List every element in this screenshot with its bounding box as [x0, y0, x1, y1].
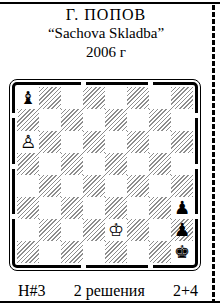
- square-g1: [149, 241, 171, 263]
- square-a6: ♙: [17, 131, 39, 153]
- square-h7: [171, 109, 193, 131]
- square-h2: ♟: [171, 219, 193, 241]
- square-g2: [149, 219, 171, 241]
- board-grid: ♝♙♟♔♟♚: [17, 87, 193, 263]
- square-c5: [61, 153, 83, 175]
- black-pawn-h2: ♟: [174, 219, 190, 241]
- square-b3: [39, 197, 61, 219]
- frame-notch: [192, 113, 200, 118]
- square-b4: [39, 175, 61, 197]
- black-bishop-a8: ♝: [20, 87, 36, 109]
- board-frame: ♝♙♟♔♟♚: [12, 82, 198, 268]
- white-king-e2: ♔: [108, 219, 124, 241]
- frame-notch: [148, 262, 153, 270]
- square-a1: [17, 241, 39, 263]
- frame-notch: [192, 164, 200, 169]
- square-e6: [105, 131, 127, 153]
- black-king-h1: ♚: [174, 241, 190, 263]
- square-e5: [105, 153, 127, 175]
- stipulation-line: H#3 2 решения 2+4: [18, 281, 198, 300]
- square-a3: [17, 197, 39, 219]
- square-e4: [105, 175, 127, 197]
- material-count: 2+4: [173, 281, 198, 300]
- square-b2: [39, 219, 61, 241]
- square-c4: [61, 175, 83, 197]
- square-h8: [171, 87, 193, 109]
- square-e3: [105, 197, 127, 219]
- square-g6: [149, 131, 171, 153]
- chess-board: ♝♙♟♔♟♚: [9, 79, 201, 271]
- square-b6: [39, 131, 61, 153]
- square-d1: [83, 241, 105, 263]
- square-a7: [17, 109, 39, 131]
- square-c6: [61, 131, 83, 153]
- source-publication: “Sachova Skladba”: [0, 24, 212, 43]
- square-a2: [17, 219, 39, 241]
- author-name: Г. ПОПОВ: [0, 5, 212, 24]
- square-e1: [105, 241, 127, 263]
- square-d3: [83, 197, 105, 219]
- square-f7: [127, 109, 149, 131]
- frame-notch: [148, 80, 153, 88]
- publication-year: 2006 г: [0, 43, 212, 62]
- bottom-border-line: [0, 301, 220, 303]
- frame-notch: [10, 164, 18, 169]
- square-a4: [17, 175, 39, 197]
- square-g3: [149, 197, 171, 219]
- top-border-line: [0, 2, 220, 4]
- square-d7: [83, 109, 105, 131]
- square-f2: [127, 219, 149, 241]
- square-d5: [83, 153, 105, 175]
- square-h5: [171, 153, 193, 175]
- square-c3: [61, 197, 83, 219]
- square-b5: [39, 153, 61, 175]
- frame-notch: [81, 80, 86, 88]
- square-a5: [17, 153, 39, 175]
- square-d8: [83, 87, 105, 109]
- problem-header: Г. ПОПОВ “Sachova Skladba” 2006 г: [0, 5, 212, 62]
- square-f6: [127, 131, 149, 153]
- square-c8: [61, 87, 83, 109]
- square-f4: [127, 175, 149, 197]
- square-d2: [83, 219, 105, 241]
- dashed-cut-line: [212, 5, 215, 303]
- square-f3: [127, 197, 149, 219]
- frame-notch: [81, 262, 86, 270]
- square-h4: [171, 175, 193, 197]
- square-b7: [39, 109, 61, 131]
- black-pawn-h3: ♟: [174, 197, 190, 219]
- square-h3: ♟: [171, 197, 193, 219]
- square-d4: [83, 175, 105, 197]
- white-pawn-a6: ♙: [20, 131, 36, 153]
- square-g5: [149, 153, 171, 175]
- square-c2: [61, 219, 83, 241]
- square-c7: [61, 109, 83, 131]
- square-e2: ♔: [105, 219, 127, 241]
- square-f1: [127, 241, 149, 263]
- square-f5: [127, 153, 149, 175]
- square-b8: [39, 87, 61, 109]
- square-d6: [83, 131, 105, 153]
- square-e7: [105, 109, 127, 131]
- stipulation: H#3: [18, 281, 46, 300]
- frame-notch: [10, 113, 18, 118]
- square-a8: ♝: [17, 87, 39, 109]
- square-g4: [149, 175, 171, 197]
- frame-notch: [10, 214, 18, 219]
- square-g7: [149, 109, 171, 131]
- square-b1: [39, 241, 61, 263]
- frame-notch: [192, 214, 200, 219]
- square-g8: [149, 87, 171, 109]
- square-h1: ♚: [171, 241, 193, 263]
- solutions-count: 2 решения: [74, 281, 145, 300]
- square-f8: [127, 87, 149, 109]
- square-h6: [171, 131, 193, 153]
- square-c1: [61, 241, 83, 263]
- scanned-page: Г. ПОПОВ “Sachova Skladba” 2006 г ♝♙♟♔♟♚…: [0, 0, 220, 307]
- square-e8: [105, 87, 127, 109]
